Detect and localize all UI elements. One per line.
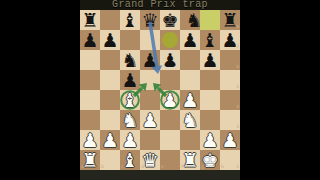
square-g1[interactable]: ♚g: [200, 150, 220, 170]
square-g3[interactable]: [200, 110, 220, 130]
left-letterbox-bar: [0, 0, 80, 180]
piece-white-pawn-b2[interactable]: ♟: [100, 130, 120, 150]
title-bar: Grand Prix trap: [80, 0, 240, 10]
square-b3[interactable]: [100, 110, 120, 130]
coord-rank-4: 4: [236, 104, 239, 109]
square-c2[interactable]: ♟: [120, 130, 140, 150]
piece-black-pawn-f7[interactable]: ♟: [180, 30, 200, 50]
square-b2[interactable]: ♟: [100, 130, 120, 150]
piece-black-pawn-d6[interactable]: ♟: [140, 50, 160, 70]
piece-black-pawn-c5[interactable]: ♟: [120, 70, 140, 90]
square-b5[interactable]: [100, 70, 120, 90]
piece-black-knight-c6[interactable]: ♞: [120, 50, 140, 70]
square-f1[interactable]: ♜f: [180, 150, 200, 170]
square-d7[interactable]: [140, 30, 160, 50]
square-e2[interactable]: [160, 130, 180, 150]
piece-white-pawn-c2[interactable]: ♟: [120, 130, 140, 150]
square-f5[interactable]: [180, 70, 200, 90]
square-c3[interactable]: ♞: [120, 110, 140, 130]
piece-white-pawn-f4[interactable]: ♟: [180, 90, 200, 110]
piece-white-queen-d1[interactable]: ♛: [140, 150, 160, 170]
square-d1[interactable]: ♛d: [140, 150, 160, 170]
video-frame: Grand Prix trap ♜♝♛♚♞♜8♟♟♟♝♟7♞♟♟♟6♟5♝♟♟4…: [0, 0, 320, 180]
square-c6[interactable]: ♞: [120, 50, 140, 70]
piece-white-pawn-a2[interactable]: ♟: [80, 130, 100, 150]
coord-file-h: h: [221, 164, 224, 169]
square-a2[interactable]: ♟: [80, 130, 100, 150]
square-g5[interactable]: [200, 70, 220, 90]
square-b1[interactable]: b: [100, 150, 120, 170]
square-b8[interactable]: [100, 10, 120, 30]
piece-white-pawn-h2[interactable]: ♟: [220, 130, 240, 150]
right-letterbox-bar: [240, 0, 320, 180]
square-g6[interactable]: ♟: [200, 50, 220, 70]
square-h4[interactable]: 4: [220, 90, 240, 110]
coord-rank-5: 5: [236, 84, 239, 89]
square-c8[interactable]: ♝: [120, 10, 140, 30]
piece-black-bishop-c8[interactable]: ♝: [120, 10, 140, 30]
board-column: Grand Prix trap ♜♝♛♚♞♜8♟♟♟♝♟7♞♟♟♟6♟5♝♟♟4…: [80, 0, 240, 180]
square-a8[interactable]: ♜: [80, 10, 100, 30]
square-b4[interactable]: [100, 90, 120, 110]
square-b6[interactable]: [100, 50, 120, 70]
piece-black-rook-a8[interactable]: ♜: [80, 10, 100, 30]
piece-white-pawn-d3[interactable]: ♟: [140, 110, 160, 130]
piece-white-bishop-c4[interactable]: ♝: [120, 90, 140, 110]
square-h6[interactable]: 6: [220, 50, 240, 70]
piece-white-rook-f1[interactable]: ♜: [180, 150, 200, 170]
square-e5[interactable]: [160, 70, 180, 90]
square-f8[interactable]: ♞: [180, 10, 200, 30]
piece-black-rook-h8[interactable]: ♜: [220, 10, 240, 30]
piece-white-pawn-e4[interactable]: ♟: [160, 90, 180, 110]
square-g4[interactable]: [200, 90, 220, 110]
coord-file-e: e: [161, 164, 164, 169]
square-h5[interactable]: 5: [220, 70, 240, 90]
square-a7[interactable]: ♟: [80, 30, 100, 50]
piece-black-pawn-e6[interactable]: ♟: [160, 50, 180, 70]
square-e8[interactable]: ♚: [160, 10, 180, 30]
coord-rank-1: 1: [236, 164, 239, 169]
piece-white-bishop-c1[interactable]: ♝: [120, 150, 140, 170]
square-d3[interactable]: ♟: [140, 110, 160, 130]
square-h2[interactable]: ♟2: [220, 130, 240, 150]
square-h3[interactable]: 3: [220, 110, 240, 130]
square-h8[interactable]: ♜8: [220, 10, 240, 30]
square-b7[interactable]: ♟: [100, 30, 120, 50]
piece-black-pawn-a7[interactable]: ♟: [80, 30, 100, 50]
square-g8[interactable]: [200, 10, 220, 30]
square-d6[interactable]: ♟: [140, 50, 160, 70]
square-c1[interactable]: ♝c: [120, 150, 140, 170]
square-d5[interactable]: [140, 70, 160, 90]
square-f7[interactable]: ♟: [180, 30, 200, 50]
square-a5[interactable]: [80, 70, 100, 90]
square-e4[interactable]: ♟: [160, 90, 180, 110]
square-d8[interactable]: ♛: [140, 10, 160, 30]
coord-rank-6: 6: [236, 64, 239, 69]
piece-white-knight-f3[interactable]: ♞: [180, 110, 200, 130]
square-c7[interactable]: [120, 30, 140, 50]
square-d2[interactable]: [140, 130, 160, 150]
square-c5[interactable]: ♟: [120, 70, 140, 90]
bottom-strip: [80, 170, 240, 180]
piece-black-pawn-h7[interactable]: ♟: [220, 30, 240, 50]
square-g2[interactable]: ♟: [200, 130, 220, 150]
square-d4[interactable]: [140, 90, 160, 110]
square-e6[interactable]: ♟: [160, 50, 180, 70]
piece-white-pawn-g2[interactable]: ♟: [200, 130, 220, 150]
square-f6[interactable]: [180, 50, 200, 70]
square-c4[interactable]: ♝: [120, 90, 140, 110]
piece-white-rook-a1[interactable]: ♜: [80, 150, 100, 170]
square-f4[interactable]: ♟: [180, 90, 200, 110]
square-h7[interactable]: ♟7: [220, 30, 240, 50]
piece-black-pawn-b7[interactable]: ♟: [100, 30, 120, 50]
square-g7[interactable]: ♝: [200, 30, 220, 50]
square-f3[interactable]: ♞: [180, 110, 200, 130]
piece-black-king-e8[interactable]: ♚: [160, 10, 180, 30]
chess-board[interactable]: ♜♝♛♚♞♜8♟♟♟♝♟7♞♟♟♟6♟5♝♟♟4♞♟♞3♟♟♟♟♟2♜ab♝c♛…: [80, 10, 240, 170]
piece-black-pawn-g6[interactable]: ♟: [200, 50, 220, 70]
coord-file-b: b: [101, 164, 104, 169]
square-e1[interactable]: e: [160, 150, 180, 170]
square-f2[interactable]: [180, 130, 200, 150]
square-a1[interactable]: ♜a: [80, 150, 100, 170]
square-e7[interactable]: [160, 30, 180, 50]
square-a6[interactable]: [80, 50, 100, 70]
square-a4[interactable]: [80, 90, 100, 110]
square-a3[interactable]: [80, 110, 100, 130]
piece-black-queen-d8[interactable]: ♛: [140, 10, 160, 30]
square-e3[interactable]: [160, 110, 180, 130]
square-h1[interactable]: 1h: [220, 150, 240, 170]
piece-black-bishop-g7[interactable]: ♝: [200, 30, 220, 50]
piece-white-knight-c3[interactable]: ♞: [120, 110, 140, 130]
piece-white-king-g1[interactable]: ♚: [200, 150, 220, 170]
